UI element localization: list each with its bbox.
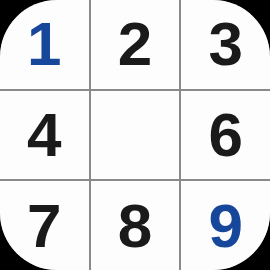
cell-r1c2: 2 [91,0,180,89]
cell-r2c3: 6 [181,91,270,180]
cell-r1c1: 1 [0,0,89,89]
cell-r2c1: 4 [0,91,89,180]
cell-r3c1: 7 [0,181,89,270]
sudoku-app-icon[interactable]: 1 2 3 4 6 7 8 9 [0,0,270,270]
cell-r3c2: 8 [91,181,180,270]
cell-r1c3: 3 [181,0,270,89]
cell-r2c2-empty [91,91,180,180]
cell-r3c3: 9 [181,181,270,270]
